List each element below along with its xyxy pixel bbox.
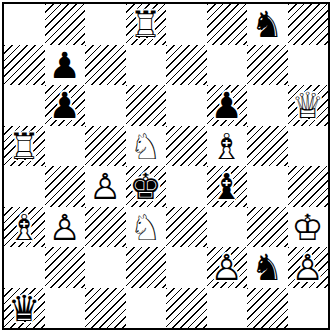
square-f7[interactable] — [207, 45, 248, 86]
piece-glyph: ♙ — [45, 207, 86, 248]
square-a2[interactable] — [4, 247, 45, 288]
white-rook-d8[interactable]: ♜♖ — [126, 4, 167, 45]
square-f8[interactable] — [207, 4, 248, 45]
black-bishop-f4[interactable]: ♝♝ — [207, 166, 248, 207]
square-d7[interactable] — [126, 45, 167, 86]
piece-glyph: ♗ — [4, 207, 45, 248]
piece-glyph: ♞ — [247, 4, 288, 45]
square-e3[interactable] — [166, 207, 207, 248]
piece-glyph: ♗ — [207, 126, 248, 167]
square-h2[interactable]: ♟♙ — [288, 247, 329, 288]
black-knight-g2[interactable]: ♞♞ — [247, 247, 288, 288]
white-pawn-f2[interactable]: ♟♙ — [207, 247, 248, 288]
piece-glyph: ♔ — [288, 207, 329, 248]
square-e6[interactable] — [166, 85, 207, 126]
square-h1[interactable] — [288, 288, 329, 329]
piece-glyph: ♟ — [207, 85, 248, 126]
square-b5[interactable] — [45, 126, 86, 167]
square-a4[interactable] — [4, 166, 45, 207]
square-b6[interactable]: ♟♟ — [45, 85, 86, 126]
square-d4[interactable]: ♚♚ — [126, 166, 167, 207]
square-c3[interactable] — [85, 207, 126, 248]
square-c4[interactable]: ♟♙ — [85, 166, 126, 207]
piece-glyph: ♖ — [4, 126, 45, 167]
square-a3[interactable]: ♝♗ — [4, 207, 45, 248]
piece-glyph: ♘ — [126, 126, 167, 167]
white-bishop-a3[interactable]: ♝♗ — [4, 207, 45, 248]
square-c6[interactable] — [85, 85, 126, 126]
white-pawn-b3[interactable]: ♟♙ — [45, 207, 86, 248]
piece-glyph: ♝ — [207, 166, 248, 207]
white-king-h3[interactable]: ♚♔ — [288, 207, 329, 248]
square-d5[interactable]: ♞♘ — [126, 126, 167, 167]
white-pawn-h2[interactable]: ♟♙ — [288, 247, 329, 288]
square-c8[interactable] — [85, 4, 126, 45]
square-g5[interactable] — [247, 126, 288, 167]
square-a5[interactable]: ♜♖ — [4, 126, 45, 167]
piece-glyph: ♚ — [126, 166, 167, 207]
square-d6[interactable] — [126, 85, 167, 126]
square-a8[interactable] — [4, 4, 45, 45]
black-pawn-f6[interactable]: ♟♟ — [207, 85, 248, 126]
square-h5[interactable] — [288, 126, 329, 167]
piece-glyph: ♙ — [288, 247, 329, 288]
square-b8[interactable] — [45, 4, 86, 45]
piece-glyph: ♛ — [4, 288, 45, 329]
square-f2[interactable]: ♟♙ — [207, 247, 248, 288]
white-knight-d5[interactable]: ♞♘ — [126, 126, 167, 167]
square-g6[interactable] — [247, 85, 288, 126]
piece-glyph: ♘ — [126, 207, 167, 248]
square-a1[interactable]: ♛♛ — [4, 288, 45, 329]
square-d3[interactable]: ♞♘ — [126, 207, 167, 248]
square-b7[interactable]: ♟♟ — [45, 45, 86, 86]
square-e8[interactable] — [166, 4, 207, 45]
square-d2[interactable] — [126, 247, 167, 288]
square-e2[interactable] — [166, 247, 207, 288]
square-h7[interactable] — [288, 45, 329, 86]
square-f6[interactable]: ♟♟ — [207, 85, 248, 126]
square-g2[interactable]: ♞♞ — [247, 247, 288, 288]
black-pawn-b6[interactable]: ♟♟ — [45, 85, 86, 126]
square-g8[interactable]: ♞♞ — [247, 4, 288, 45]
square-g4[interactable] — [247, 166, 288, 207]
square-b1[interactable] — [45, 288, 86, 329]
square-f3[interactable] — [207, 207, 248, 248]
square-g3[interactable] — [247, 207, 288, 248]
square-c2[interactable] — [85, 247, 126, 288]
piece-glyph: ♟ — [45, 45, 86, 86]
square-h8[interactable] — [288, 4, 329, 45]
diagram-frame: ♜♖♞♞♟♟♟♟♟♟♛♕♜♖♞♘♝♗♟♙♚♚♝♝♝♗♟♙♞♘♚♔♟♙♞♞♟♙♛♛ — [0, 0, 332, 332]
white-bishop-f5[interactable]: ♝♗ — [207, 126, 248, 167]
square-e7[interactable] — [166, 45, 207, 86]
square-d8[interactable]: ♜♖ — [126, 4, 167, 45]
square-h4[interactable] — [288, 166, 329, 207]
square-b4[interactable] — [45, 166, 86, 207]
black-king-d4[interactable]: ♚♚ — [126, 166, 167, 207]
chess-board: ♜♖♞♞♟♟♟♟♟♟♛♕♜♖♞♘♝♗♟♙♚♚♝♝♝♗♟♙♞♘♚♔♟♙♞♞♟♙♛♛ — [2, 2, 330, 330]
square-c7[interactable] — [85, 45, 126, 86]
white-rook-a5[interactable]: ♜♖ — [4, 126, 45, 167]
square-h3[interactable]: ♚♔ — [288, 207, 329, 248]
square-a7[interactable] — [4, 45, 45, 86]
square-f5[interactable]: ♝♗ — [207, 126, 248, 167]
square-b3[interactable]: ♟♙ — [45, 207, 86, 248]
white-queen-h6[interactable]: ♛♕ — [288, 85, 329, 126]
piece-glyph: ♕ — [288, 85, 329, 126]
white-knight-d3[interactable]: ♞♘ — [126, 207, 167, 248]
square-f1[interactable] — [207, 288, 248, 329]
square-e1[interactable] — [166, 288, 207, 329]
square-f4[interactable]: ♝♝ — [207, 166, 248, 207]
square-d1[interactable] — [126, 288, 167, 329]
square-g7[interactable] — [247, 45, 288, 86]
square-e4[interactable] — [166, 166, 207, 207]
square-c1[interactable] — [85, 288, 126, 329]
black-queen-a1[interactable]: ♛♛ — [4, 288, 45, 329]
piece-glyph: ♙ — [85, 166, 126, 207]
piece-glyph: ♖ — [126, 4, 167, 45]
square-e5[interactable] — [166, 126, 207, 167]
square-g1[interactable] — [247, 288, 288, 329]
square-c5[interactable] — [85, 126, 126, 167]
square-b2[interactable] — [45, 247, 86, 288]
piece-glyph: ♞ — [247, 247, 288, 288]
square-a6[interactable] — [4, 85, 45, 126]
piece-glyph: ♙ — [207, 247, 248, 288]
white-pawn-c4[interactable]: ♟♙ — [85, 166, 126, 207]
black-knight-g8[interactable]: ♞♞ — [247, 4, 288, 45]
square-h6[interactable]: ♛♕ — [288, 85, 329, 126]
piece-glyph: ♟ — [45, 85, 86, 126]
black-pawn-b7[interactable]: ♟♟ — [45, 45, 86, 86]
